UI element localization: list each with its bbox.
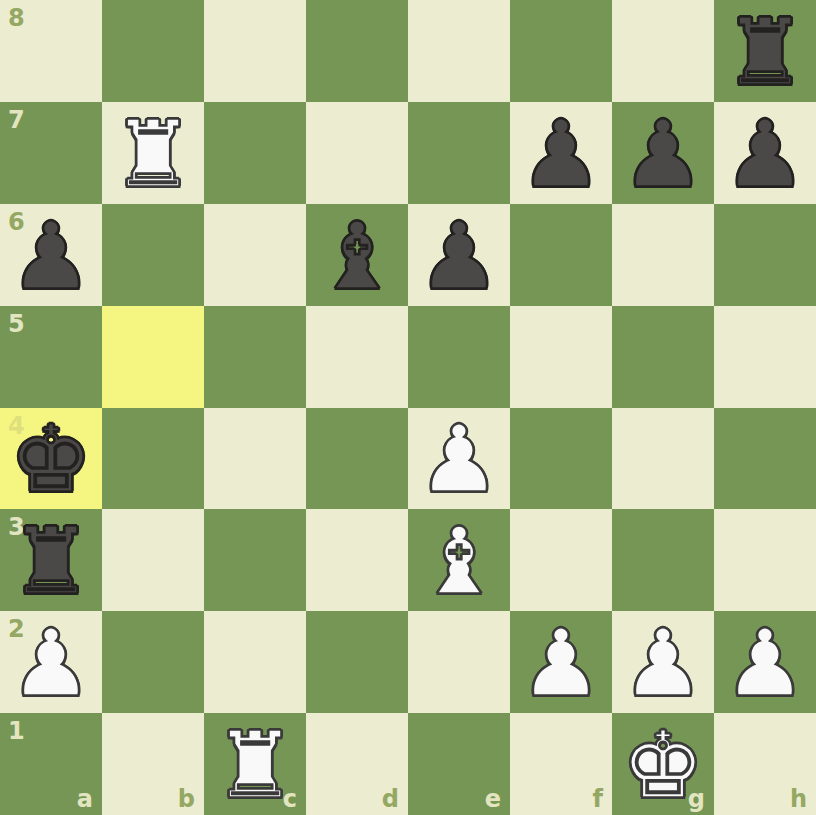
square-d7[interactable] [306,102,408,204]
rank-label-5: 5 [8,312,25,336]
square-h4[interactable] [714,408,816,510]
square-b2[interactable] [102,611,204,713]
rank-label-1: 1 [8,719,25,743]
square-g1[interactable]: g♚ [612,713,714,815]
square-g6[interactable] [612,204,714,306]
black-pawn-piece[interactable]: ♟ [520,109,602,201]
square-h8[interactable]: ♜ [714,0,816,102]
square-e6[interactable]: ♟ [408,204,510,306]
square-f6[interactable] [510,204,612,306]
white-bishop-piece[interactable]: ♝ [418,516,500,608]
file-label-a: a [77,787,93,811]
square-h6[interactable] [714,204,816,306]
square-h7[interactable]: ♟ [714,102,816,204]
square-c7[interactable] [204,102,306,204]
black-king-piece[interactable]: ♚ [10,414,92,506]
square-a7[interactable]: 7 [0,102,102,204]
file-label-b: b [178,787,195,811]
square-f2[interactable]: ♟ [510,611,612,713]
square-f3[interactable] [510,509,612,611]
chess-board: 8♜7♜♟♟♟6♟♝♟54♚♟3♜♝2♟♟♟♟1abc♜defg♚h [0,0,816,815]
white-pawn-piece[interactable]: ♟ [622,618,704,710]
square-b6[interactable] [102,204,204,306]
square-b8[interactable] [102,0,204,102]
square-c3[interactable] [204,509,306,611]
square-b7[interactable]: ♜ [102,102,204,204]
white-king-piece[interactable]: ♚ [622,720,704,812]
square-f1[interactable]: f [510,713,612,815]
square-e5[interactable] [408,306,510,408]
square-g5[interactable] [612,306,714,408]
file-label-d: d [382,787,399,811]
black-rook-piece[interactable]: ♜ [724,7,806,99]
square-c1[interactable]: c♜ [204,713,306,815]
white-pawn-piece[interactable]: ♟ [10,618,92,710]
square-a8[interactable]: 8 [0,0,102,102]
square-d1[interactable]: d [306,713,408,815]
square-f7[interactable]: ♟ [510,102,612,204]
square-g3[interactable] [612,509,714,611]
square-h5[interactable] [714,306,816,408]
square-a3[interactable]: 3♜ [0,509,102,611]
black-pawn-piece[interactable]: ♟ [10,211,92,303]
square-e2[interactable] [408,611,510,713]
rank-label-7: 7 [8,108,25,132]
square-c8[interactable] [204,0,306,102]
square-d3[interactable] [306,509,408,611]
square-c4[interactable] [204,408,306,510]
square-b5[interactable] [102,306,204,408]
square-c2[interactable] [204,611,306,713]
square-h3[interactable] [714,509,816,611]
black-bishop-piece[interactable]: ♝ [316,211,398,303]
white-pawn-piece[interactable]: ♟ [724,618,806,710]
square-f8[interactable] [510,0,612,102]
square-b4[interactable] [102,408,204,510]
white-rook-piece[interactable]: ♜ [214,720,296,812]
square-e3[interactable]: ♝ [408,509,510,611]
square-h1[interactable]: h [714,713,816,815]
square-a2[interactable]: 2♟ [0,611,102,713]
square-e4[interactable]: ♟ [408,408,510,510]
square-f4[interactable] [510,408,612,510]
file-label-f: f [593,787,603,811]
square-a6[interactable]: 6♟ [0,204,102,306]
square-d5[interactable] [306,306,408,408]
square-e8[interactable] [408,0,510,102]
square-b1[interactable]: b [102,713,204,815]
square-g7[interactable]: ♟ [612,102,714,204]
file-label-h: h [790,787,807,811]
square-d6[interactable]: ♝ [306,204,408,306]
square-g4[interactable] [612,408,714,510]
square-b3[interactable] [102,509,204,611]
square-e1[interactable]: e [408,713,510,815]
square-g2[interactable]: ♟ [612,611,714,713]
square-a5[interactable]: 5 [0,306,102,408]
square-d8[interactable] [306,0,408,102]
square-e7[interactable] [408,102,510,204]
rank-label-8: 8 [8,6,25,30]
black-pawn-piece[interactable]: ♟ [418,211,500,303]
square-g8[interactable] [612,0,714,102]
square-a4[interactable]: 4♚ [0,408,102,510]
white-pawn-piece[interactable]: ♟ [520,618,602,710]
square-d4[interactable] [306,408,408,510]
square-c5[interactable] [204,306,306,408]
black-rook-piece[interactable]: ♜ [10,516,92,608]
square-h2[interactable]: ♟ [714,611,816,713]
square-c6[interactable] [204,204,306,306]
file-label-e: e [485,787,501,811]
square-d2[interactable] [306,611,408,713]
white-rook-piece[interactable]: ♜ [112,109,194,201]
black-pawn-piece[interactable]: ♟ [724,109,806,201]
square-a1[interactable]: 1a [0,713,102,815]
white-pawn-piece[interactable]: ♟ [418,414,500,506]
black-pawn-piece[interactable]: ♟ [622,109,704,201]
square-f5[interactable] [510,306,612,408]
